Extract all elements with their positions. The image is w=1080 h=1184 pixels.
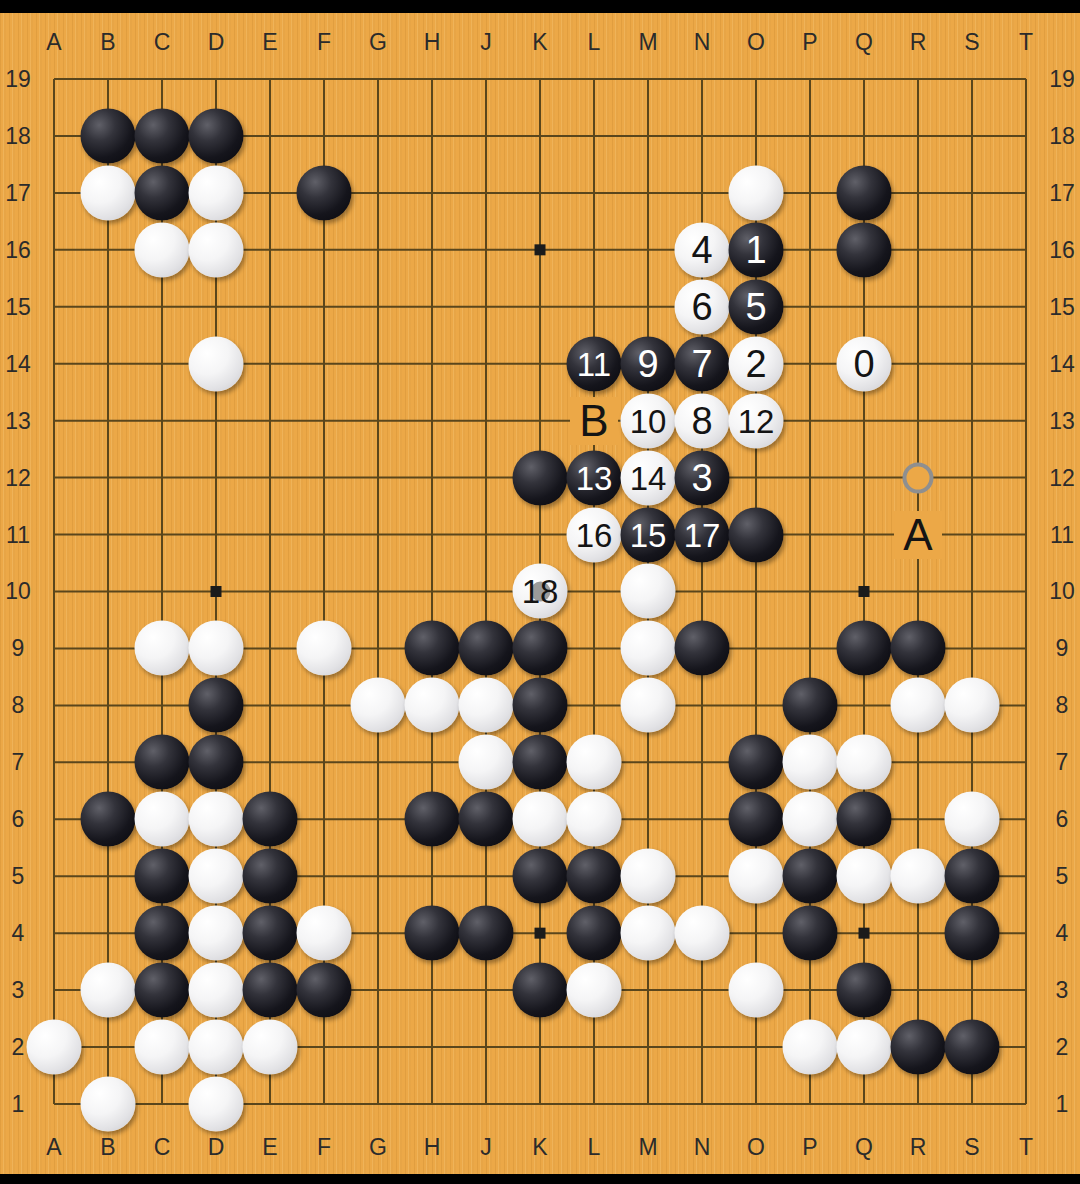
coord-label-bottom-o: O: [747, 1136, 765, 1159]
coord-label-right-2: 2: [1056, 1036, 1069, 1059]
stone-white-n4[interactable]: [675, 906, 730, 961]
stone-white-n13[interactable]: 8: [675, 393, 730, 448]
stone-white-c2[interactable]: [135, 1020, 190, 1075]
move-number-0: 0: [853, 345, 874, 383]
coord-label-left-11: 11: [6, 523, 30, 546]
stone-black-q17[interactable]: [837, 165, 892, 220]
coord-label-bottom-h: H: [424, 1136, 441, 1159]
goban[interactable]: AABBCCDDEEFFGGHHJJKKLLMMNNOOPPQQRRSSTT19…: [0, 13, 1080, 1174]
stone-black-e5[interactable]: [243, 849, 298, 904]
coord-label-right-7: 7: [1056, 751, 1069, 774]
coord-label-right-12: 12: [1049, 466, 1075, 489]
coord-label-left-6: 6: [12, 808, 25, 831]
coord-label-right-9: 9: [1056, 637, 1069, 660]
coord-label-bottom-c: C: [154, 1136, 171, 1159]
stone-black-o15[interactable]: 5: [729, 279, 784, 334]
stone-black-k3[interactable]: [513, 963, 568, 1018]
coord-label-right-1: 1: [1056, 1092, 1069, 1115]
stone-white-c6[interactable]: [135, 792, 190, 847]
coord-label-left-13: 13: [5, 409, 31, 432]
coord-label-right-4: 4: [1056, 922, 1069, 945]
move-number-11: 11: [577, 347, 611, 380]
stone-white-b1[interactable]: [81, 1076, 136, 1131]
stone-white-a2[interactable]: [27, 1020, 82, 1075]
stone-black-l5[interactable]: [567, 849, 622, 904]
stone-white-p7[interactable]: [783, 735, 838, 790]
coord-label-top-t: T: [1019, 31, 1033, 54]
stone-white-o3[interactable]: [729, 963, 784, 1018]
stone-white-l6[interactable]: [567, 792, 622, 847]
stone-white-m9[interactable]: [621, 621, 676, 676]
stone-black-r2[interactable]: [891, 1020, 946, 1075]
stone-black-s2[interactable]: [945, 1020, 1000, 1075]
stone-black-c17[interactable]: [135, 165, 190, 220]
coord-label-bottom-j: J: [480, 1136, 492, 1159]
stone-black-o7[interactable]: [729, 735, 784, 790]
coord-label-right-3: 3: [1056, 979, 1069, 1002]
stone-black-r9[interactable]: [891, 621, 946, 676]
coord-label-left-18: 18: [5, 124, 31, 147]
go-diagram-screenshot: AABBCCDDEEFFGGHHJJKKLLMMNNOOPPQQRRSSTT19…: [0, 0, 1080, 1184]
coord-label-bottom-q: Q: [855, 1136, 873, 1159]
coord-label-top-j: J: [480, 31, 492, 54]
stone-black-e4[interactable]: [243, 906, 298, 961]
stone-black-s4[interactable]: [945, 906, 1000, 961]
stone-white-d9[interactable]: [189, 621, 244, 676]
stone-white-k10[interactable]: 18: [513, 564, 568, 619]
stone-black-q6[interactable]: [837, 792, 892, 847]
coord-label-bottom-l: L: [588, 1136, 601, 1159]
coord-label-left-12: 12: [5, 466, 31, 489]
stone-white-o5[interactable]: [729, 849, 784, 904]
stone-black-j4[interactable]: [459, 906, 514, 961]
stone-white-p2[interactable]: [783, 1020, 838, 1075]
stone-white-d6[interactable]: [189, 792, 244, 847]
coord-label-bottom-f: F: [317, 1136, 331, 1159]
stone-white-o13[interactable]: 12: [729, 393, 784, 448]
stone-white-d3[interactable]: [189, 963, 244, 1018]
stone-white-o17[interactable]: [729, 165, 784, 220]
stone-black-h9[interactable]: [405, 621, 460, 676]
coord-label-bottom-n: N: [694, 1136, 711, 1159]
stone-black-b6[interactable]: [81, 792, 136, 847]
move-number-17: 17: [684, 518, 721, 551]
stone-white-r8[interactable]: [891, 678, 946, 733]
coord-label-right-17: 17: [1049, 181, 1075, 204]
stone-white-q7[interactable]: [837, 735, 892, 790]
stone-white-h8[interactable]: [405, 678, 460, 733]
coord-label-top-s: S: [964, 31, 979, 54]
move-number-3: 3: [691, 459, 712, 497]
coord-label-right-16: 16: [1049, 238, 1075, 261]
stone-white-d1[interactable]: [189, 1076, 244, 1131]
coord-label-bottom-r: R: [910, 1136, 927, 1159]
coord-label-left-5: 5: [12, 865, 25, 888]
coord-label-left-17: 17: [5, 181, 31, 204]
stone-white-d16[interactable]: [189, 222, 244, 277]
coord-label-left-16: 16: [5, 238, 31, 261]
stone-black-p4[interactable]: [783, 906, 838, 961]
stone-white-o14[interactable]: 2: [729, 336, 784, 391]
coord-label-left-1: 1: [12, 1092, 25, 1115]
move-number-13: 13: [576, 461, 613, 494]
stone-black-b18[interactable]: [81, 108, 136, 163]
coord-label-top-h: H: [424, 31, 441, 54]
stone-black-k12[interactable]: [513, 450, 568, 505]
stone-white-q14[interactable]: 0: [837, 336, 892, 391]
coord-label-top-n: N: [694, 31, 711, 54]
stone-black-k8[interactable]: [513, 678, 568, 733]
stone-white-d17[interactable]: [189, 165, 244, 220]
stone-black-d8[interactable]: [189, 678, 244, 733]
move-number-6: 6: [691, 288, 712, 326]
coord-label-bottom-a: A: [46, 1136, 61, 1159]
stone-white-l3[interactable]: [567, 963, 622, 1018]
stone-black-c4[interactable]: [135, 906, 190, 961]
coord-label-right-14: 14: [1049, 352, 1075, 375]
stone-black-p5[interactable]: [783, 849, 838, 904]
stone-black-l12[interactable]: 13: [567, 450, 622, 505]
stone-black-o6[interactable]: [729, 792, 784, 847]
coord-label-right-8: 8: [1056, 694, 1069, 717]
stone-black-e6[interactable]: [243, 792, 298, 847]
stone-white-d14[interactable]: [189, 336, 244, 391]
stone-white-g8[interactable]: [351, 678, 406, 733]
stone-white-d5[interactable]: [189, 849, 244, 904]
stone-white-c9[interactable]: [135, 621, 190, 676]
coord-label-left-3: 3: [12, 979, 25, 1002]
coord-label-bottom-e: E: [262, 1136, 277, 1159]
coord-label-bottom-k: K: [532, 1136, 547, 1159]
stone-white-d2[interactable]: [189, 1020, 244, 1075]
coord-label-bottom-m: M: [638, 1136, 657, 1159]
coord-label-top-g: G: [369, 31, 387, 54]
stone-white-d4[interactable]: [189, 906, 244, 961]
coord-label-top-l: L: [588, 31, 601, 54]
stone-white-r5[interactable]: [891, 849, 946, 904]
move-number-9: 9: [637, 345, 658, 383]
stone-black-p8[interactable]: [783, 678, 838, 733]
coord-label-left-7: 7: [12, 751, 25, 774]
stone-white-s6[interactable]: [945, 792, 1000, 847]
stone-black-n14[interactable]: 7: [675, 336, 730, 391]
coord-label-top-m: M: [638, 31, 657, 54]
stone-black-n11[interactable]: 17: [675, 507, 730, 562]
coord-label-right-11: 11: [1050, 523, 1074, 546]
stone-white-e2[interactable]: [243, 1020, 298, 1075]
annotation-letter-b-l13[interactable]: B: [570, 397, 618, 445]
coord-label-left-8: 8: [12, 694, 25, 717]
move-number-12: 12: [738, 404, 775, 437]
stone-white-c16[interactable]: [135, 222, 190, 277]
stone-black-o11[interactable]: [729, 507, 784, 562]
coord-label-right-6: 6: [1056, 808, 1069, 831]
stone-black-m11[interactable]: 15: [621, 507, 676, 562]
stone-black-h6[interactable]: [405, 792, 460, 847]
stone-black-h4[interactable]: [405, 906, 460, 961]
stone-black-d7[interactable]: [189, 735, 244, 790]
stone-white-m10[interactable]: [621, 564, 676, 619]
star-point-q4: [859, 928, 870, 939]
stone-black-l14[interactable]: 11: [567, 336, 622, 391]
coord-label-left-14: 14: [5, 352, 31, 375]
stone-black-d18[interactable]: [189, 108, 244, 163]
stone-black-q9[interactable]: [837, 621, 892, 676]
stone-white-p6[interactable]: [783, 792, 838, 847]
stone-black-q3[interactable]: [837, 963, 892, 1018]
coord-label-bottom-d: D: [208, 1136, 225, 1159]
coord-label-bottom-s: S: [964, 1136, 979, 1159]
coord-label-bottom-p: P: [802, 1136, 817, 1159]
coord-label-left-19: 19: [5, 68, 31, 91]
stone-black-k9[interactable]: [513, 621, 568, 676]
stone-white-m13[interactable]: 10: [621, 393, 676, 448]
stone-white-j8[interactable]: [459, 678, 514, 733]
coord-label-bottom-b: B: [100, 1136, 115, 1159]
move-number-14: 14: [630, 461, 667, 494]
move-number-15: 15: [630, 518, 667, 551]
stone-white-f4[interactable]: [297, 906, 352, 961]
stone-white-n16[interactable]: 4: [675, 222, 730, 277]
coord-label-top-r: R: [910, 31, 927, 54]
stone-black-j9[interactable]: [459, 621, 514, 676]
move-number-2: 2: [745, 345, 766, 383]
stone-black-o16[interactable]: 1: [729, 222, 784, 277]
coord-label-right-5: 5: [1056, 865, 1069, 888]
coord-label-top-e: E: [262, 31, 277, 54]
coord-label-top-d: D: [208, 31, 225, 54]
annotation-letter-a-r11[interactable]: A: [894, 511, 942, 559]
coord-label-top-o: O: [747, 31, 765, 54]
stone-black-l4[interactable]: [567, 906, 622, 961]
stone-black-c3[interactable]: [135, 963, 190, 1018]
stone-black-c18[interactable]: [135, 108, 190, 163]
move-number-5: 5: [745, 288, 766, 326]
move-number-10: 10: [630, 404, 667, 437]
stone-black-f3[interactable]: [297, 963, 352, 1018]
coord-label-top-q: Q: [855, 31, 873, 54]
coord-label-left-10: 10: [5, 580, 31, 603]
coord-label-top-k: K: [532, 31, 547, 54]
stone-black-q16[interactable]: [837, 222, 892, 277]
stone-white-l7[interactable]: [567, 735, 622, 790]
annotation-circle-r12[interactable]: [903, 462, 934, 493]
coord-label-top-p: P: [802, 31, 817, 54]
stone-black-c7[interactable]: [135, 735, 190, 790]
move-number-7: 7: [691, 345, 712, 383]
coord-label-top-a: A: [46, 31, 61, 54]
stone-white-j7[interactable]: [459, 735, 514, 790]
stone-white-m4[interactable]: [621, 906, 676, 961]
stone-black-n9[interactable]: [675, 621, 730, 676]
move-number-8: 8: [691, 402, 712, 440]
move-number-18: 18: [522, 575, 559, 608]
move-number-4: 4: [691, 231, 712, 269]
coord-label-left-9: 9: [12, 637, 25, 660]
stone-white-n15[interactable]: 6: [675, 279, 730, 334]
stone-white-f9[interactable]: [297, 621, 352, 676]
stone-black-k7[interactable]: [513, 735, 568, 790]
stone-white-s8[interactable]: [945, 678, 1000, 733]
stone-white-m12[interactable]: 14: [621, 450, 676, 505]
coord-label-bottom-t: T: [1019, 1136, 1033, 1159]
stone-black-k5[interactable]: [513, 849, 568, 904]
stone-black-n12[interactable]: 3: [675, 450, 730, 505]
coord-label-right-18: 18: [1049, 124, 1075, 147]
star-point-d10: [211, 586, 222, 597]
stone-black-e3[interactable]: [243, 963, 298, 1018]
coord-label-top-c: C: [154, 31, 171, 54]
stone-white-k6[interactable]: [513, 792, 568, 847]
coord-label-right-15: 15: [1049, 295, 1075, 318]
stone-white-m8[interactable]: [621, 678, 676, 733]
coord-label-right-13: 13: [1049, 409, 1075, 432]
coord-label-left-15: 15: [5, 295, 31, 318]
coord-label-top-b: B: [100, 31, 115, 54]
star-point-k16: [535, 244, 546, 255]
stone-white-b17[interactable]: [81, 165, 136, 220]
star-point-k4: [535, 928, 546, 939]
coord-label-top-f: F: [317, 31, 331, 54]
coord-label-right-19: 19: [1049, 68, 1075, 91]
star-point-q10: [859, 586, 870, 597]
coord-label-left-2: 2: [12, 1036, 25, 1059]
stone-white-l11[interactable]: 16: [567, 507, 622, 562]
stone-black-s5[interactable]: [945, 849, 1000, 904]
stone-black-f17[interactable]: [297, 165, 352, 220]
stone-white-b3[interactable]: [81, 963, 136, 1018]
stone-black-m14[interactable]: 9: [621, 336, 676, 391]
stone-black-c5[interactable]: [135, 849, 190, 904]
stone-white-q5[interactable]: [837, 849, 892, 904]
stone-black-j6[interactable]: [459, 792, 514, 847]
move-number-16: 16: [576, 518, 613, 551]
stone-white-q2[interactable]: [837, 1020, 892, 1075]
move-number-1: 1: [745, 231, 766, 269]
coord-label-bottom-g: G: [369, 1136, 387, 1159]
coord-label-left-4: 4: [12, 922, 25, 945]
coord-label-right-10: 10: [1049, 580, 1075, 603]
stone-white-m5[interactable]: [621, 849, 676, 904]
